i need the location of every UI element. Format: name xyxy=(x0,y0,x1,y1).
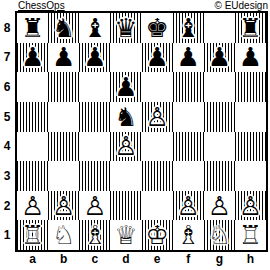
white-pawn[interactable]: ♙ xyxy=(52,193,75,219)
square-e8[interactable]: ♚ xyxy=(142,13,173,43)
rank-label-5: 5 xyxy=(0,102,14,132)
square-h7[interactable]: ♟ xyxy=(235,43,266,73)
white-rook[interactable]: ♖ xyxy=(239,222,262,248)
square-g3[interactable] xyxy=(204,161,235,191)
rank-label-4: 4 xyxy=(0,132,14,162)
square-e6[interactable] xyxy=(142,72,173,102)
square-f2[interactable]: ♙ xyxy=(173,191,204,221)
square-e1[interactable]: ♔ xyxy=(142,220,173,250)
file-label-h: h xyxy=(235,252,266,268)
square-h1[interactable]: ♖ xyxy=(235,220,266,250)
square-c4[interactable] xyxy=(79,132,110,162)
copyright-label: © EUdesign xyxy=(214,0,268,11)
square-d4[interactable]: ♙ xyxy=(110,132,141,162)
square-d1[interactable]: ♕ xyxy=(110,220,141,250)
square-a4[interactable] xyxy=(17,132,48,162)
square-g7[interactable]: ♟ xyxy=(204,43,235,73)
white-bishop[interactable]: ♗ xyxy=(177,222,200,248)
chess-board: ♜♞♝♛♚♝♜♟♟♟♟♟♟♟♟♞♙♙♙♙♙♙♙♙♖♘♗♕♔♗♘♖ xyxy=(15,11,268,252)
black-rook[interactable]: ♜ xyxy=(21,15,44,41)
square-a5[interactable] xyxy=(17,102,48,132)
square-f7[interactable]: ♟ xyxy=(173,43,204,73)
square-f1[interactable]: ♗ xyxy=(173,220,204,250)
rank-label-7: 7 xyxy=(0,43,14,73)
square-g4[interactable] xyxy=(204,132,235,162)
black-pawn[interactable]: ♟ xyxy=(52,44,75,70)
app-title-link[interactable]: ChessOps xyxy=(18,0,65,11)
square-f4[interactable] xyxy=(173,132,204,162)
square-f5[interactable] xyxy=(173,102,204,132)
square-d7[interactable] xyxy=(110,43,141,73)
square-g6[interactable] xyxy=(204,72,235,102)
white-knight[interactable]: ♘ xyxy=(52,222,75,248)
black-king[interactable]: ♚ xyxy=(145,15,168,41)
rank-label-6: 6 xyxy=(0,72,14,102)
black-queen[interactable]: ♛ xyxy=(114,15,137,41)
square-b4[interactable] xyxy=(48,132,79,162)
square-b8[interactable]: ♞ xyxy=(48,13,79,43)
square-e4[interactable] xyxy=(142,132,173,162)
square-c8[interactable]: ♝ xyxy=(79,13,110,43)
rank-label-1: 1 xyxy=(0,220,14,250)
square-d2[interactable] xyxy=(110,191,141,221)
black-knight[interactable]: ♞ xyxy=(52,15,75,41)
square-e5[interactable]: ♙ xyxy=(142,102,173,132)
square-h3[interactable] xyxy=(235,161,266,191)
square-h4[interactable] xyxy=(235,132,266,162)
square-b7[interactable]: ♟ xyxy=(48,43,79,73)
file-label-e: e xyxy=(142,252,173,268)
square-e3[interactable] xyxy=(142,161,173,191)
white-queen[interactable]: ♕ xyxy=(114,222,137,248)
square-c7[interactable]: ♟ xyxy=(79,43,110,73)
square-g8[interactable] xyxy=(204,13,235,43)
square-h5[interactable] xyxy=(235,102,266,132)
square-b6[interactable] xyxy=(48,72,79,102)
square-g1[interactable]: ♘ xyxy=(204,220,235,250)
square-d3[interactable] xyxy=(110,161,141,191)
square-d5[interactable]: ♞ xyxy=(110,102,141,132)
file-label-f: f xyxy=(173,252,204,268)
white-pawn[interactable]: ♙ xyxy=(21,193,44,219)
white-pawn[interactable]: ♙ xyxy=(208,193,231,219)
black-pawn[interactable]: ♟ xyxy=(21,44,44,70)
white-king[interactable]: ♔ xyxy=(145,222,168,248)
file-label-c: c xyxy=(79,252,110,268)
black-pawn[interactable]: ♟ xyxy=(177,44,200,70)
square-h2[interactable]: ♙ xyxy=(235,191,266,221)
white-bishop[interactable]: ♗ xyxy=(83,222,106,248)
square-c5[interactable] xyxy=(79,102,110,132)
square-a1[interactable]: ♖ xyxy=(17,220,48,250)
square-e2[interactable] xyxy=(142,191,173,221)
square-a6[interactable] xyxy=(17,72,48,102)
file-label-g: g xyxy=(204,252,235,268)
black-pawn[interactable]: ♟ xyxy=(239,44,262,70)
black-pawn[interactable]: ♟ xyxy=(83,44,106,70)
square-c2[interactable]: ♙ xyxy=(79,191,110,221)
square-b1[interactable]: ♘ xyxy=(48,220,79,250)
white-pawn[interactable]: ♙ xyxy=(114,133,137,159)
file-labels: abcdefgh xyxy=(17,252,266,268)
square-e7[interactable]: ♟ xyxy=(142,43,173,73)
square-b5[interactable] xyxy=(48,102,79,132)
square-d8[interactable]: ♛ xyxy=(110,13,141,43)
rank-label-8: 8 xyxy=(0,13,14,43)
black-pawn[interactable]: ♟ xyxy=(114,74,137,100)
black-bishop[interactable]: ♝ xyxy=(177,15,200,41)
square-a3[interactable] xyxy=(17,161,48,191)
rank-labels: 87654321 xyxy=(0,13,14,250)
square-a8[interactable]: ♜ xyxy=(17,13,48,43)
square-c3[interactable] xyxy=(79,161,110,191)
rank-label-3: 3 xyxy=(0,161,14,191)
square-f8[interactable]: ♝ xyxy=(173,13,204,43)
square-a7[interactable]: ♟ xyxy=(17,43,48,73)
black-bishop[interactable]: ♝ xyxy=(83,15,106,41)
file-label-a: a xyxy=(17,252,48,268)
file-label-d: d xyxy=(110,252,141,268)
square-g5[interactable] xyxy=(204,102,235,132)
square-f3[interactable] xyxy=(173,161,204,191)
square-g2[interactable]: ♙ xyxy=(204,191,235,221)
black-pawn[interactable]: ♟ xyxy=(208,44,231,70)
square-b3[interactable] xyxy=(48,161,79,191)
square-d6[interactable]: ♟ xyxy=(110,72,141,102)
black-knight[interactable]: ♞ xyxy=(114,104,137,130)
square-c6[interactable] xyxy=(79,72,110,102)
square-h8[interactable]: ♜ xyxy=(235,13,266,43)
file-label-b: b xyxy=(48,252,79,268)
square-c1[interactable]: ♗ xyxy=(79,220,110,250)
square-b2[interactable]: ♙ xyxy=(48,191,79,221)
square-a2[interactable]: ♙ xyxy=(17,191,48,221)
square-h6[interactable] xyxy=(235,72,266,102)
white-pawn[interactable]: ♙ xyxy=(177,193,200,219)
white-pawn[interactable]: ♙ xyxy=(83,193,106,219)
black-pawn[interactable]: ♟ xyxy=(145,44,168,70)
white-knight[interactable]: ♘ xyxy=(208,222,231,248)
rank-label-2: 2 xyxy=(0,191,14,221)
square-f6[interactable] xyxy=(173,72,204,102)
white-rook[interactable]: ♖ xyxy=(21,222,44,248)
black-rook[interactable]: ♜ xyxy=(239,15,262,41)
white-pawn[interactable]: ♙ xyxy=(145,104,168,130)
white-pawn[interactable]: ♙ xyxy=(239,193,262,219)
